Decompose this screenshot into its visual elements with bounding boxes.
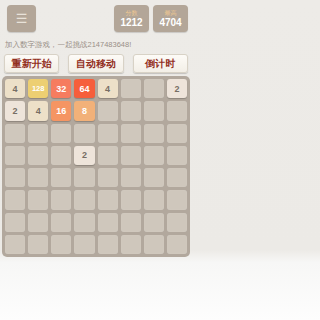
empty-cell [144, 235, 164, 254]
tile-2: 2 [74, 146, 94, 165]
countdown-button[interactable]: 倒计时 [133, 54, 188, 73]
empty-cell [98, 101, 118, 120]
empty-cell [121, 79, 141, 98]
hamburger-menu-icon: ☰ [16, 12, 28, 25]
empty-cell [51, 168, 71, 187]
restart-button[interactable]: 重新开始 [4, 54, 59, 73]
empty-cell [167, 124, 187, 143]
empty-cell [167, 146, 187, 165]
empty-cell [74, 235, 94, 254]
empty-cell [98, 190, 118, 209]
button-row: 重新开始 自动移动 倒计时 [4, 54, 188, 73]
empty-cell [98, 124, 118, 143]
empty-cell [28, 213, 48, 232]
empty-cell [167, 190, 187, 209]
empty-cell [167, 213, 187, 232]
tile-8: 8 [74, 101, 94, 120]
empty-cell [28, 124, 48, 143]
empty-cell [144, 168, 164, 187]
empty-cell [98, 213, 118, 232]
empty-cell [51, 124, 71, 143]
empty-cell [98, 146, 118, 165]
empty-cell [5, 124, 25, 143]
best-label: 最高 [165, 10, 177, 17]
empty-cell [144, 146, 164, 165]
empty-cell [28, 168, 48, 187]
empty-cell [74, 190, 94, 209]
tile-32: 32 [51, 79, 71, 98]
empty-cell [98, 168, 118, 187]
empty-cell [5, 146, 25, 165]
tile-2: 2 [167, 79, 187, 98]
score-box: 分数 1212 [114, 5, 149, 32]
tile-4: 4 [28, 101, 48, 120]
best-score-box: 最高 4704 [153, 5, 188, 32]
empty-cell [74, 168, 94, 187]
empty-cell [144, 101, 164, 120]
header: ☰ 分数 1212 最高 4704 [0, 0, 192, 35]
tile-4: 4 [98, 79, 118, 98]
auto-move-button[interactable]: 自动移动 [68, 54, 123, 73]
tile-128: 128 [28, 79, 48, 98]
tile-64: 64 [74, 79, 94, 98]
empty-cell [121, 101, 141, 120]
empty-cell [51, 190, 71, 209]
empty-cell [121, 146, 141, 165]
best-value: 4704 [159, 17, 181, 28]
score-label: 分数 [126, 10, 138, 17]
empty-cell [167, 101, 187, 120]
empty-cell [51, 213, 71, 232]
tile-4: 4 [5, 79, 25, 98]
empty-cell [144, 124, 164, 143]
empty-cell [98, 235, 118, 254]
empty-cell [121, 213, 141, 232]
score-value: 1212 [120, 17, 142, 28]
empty-cell [74, 124, 94, 143]
empty-cell [51, 235, 71, 254]
empty-cell [121, 124, 141, 143]
empty-cell [28, 235, 48, 254]
empty-cell [74, 213, 94, 232]
tile-2: 2 [5, 101, 25, 120]
promo-text: 加入数字游戏，一起挑战2147483648! [5, 40, 192, 50]
empty-cell [28, 190, 48, 209]
empty-cell [5, 235, 25, 254]
empty-cell [121, 168, 141, 187]
empty-cell [121, 190, 141, 209]
empty-cell [121, 235, 141, 254]
empty-cell [5, 213, 25, 232]
empty-cell [144, 79, 164, 98]
empty-cell [167, 168, 187, 187]
empty-cell [167, 235, 187, 254]
game-board[interactable]: 4128326442241682 [2, 76, 190, 257]
empty-cell [5, 168, 25, 187]
tile-16: 16 [51, 101, 71, 120]
empty-cell [51, 146, 71, 165]
empty-cell [144, 190, 164, 209]
menu-button[interactable]: ☰ [7, 5, 36, 32]
empty-cell [5, 190, 25, 209]
empty-cell [28, 146, 48, 165]
empty-cell [144, 213, 164, 232]
